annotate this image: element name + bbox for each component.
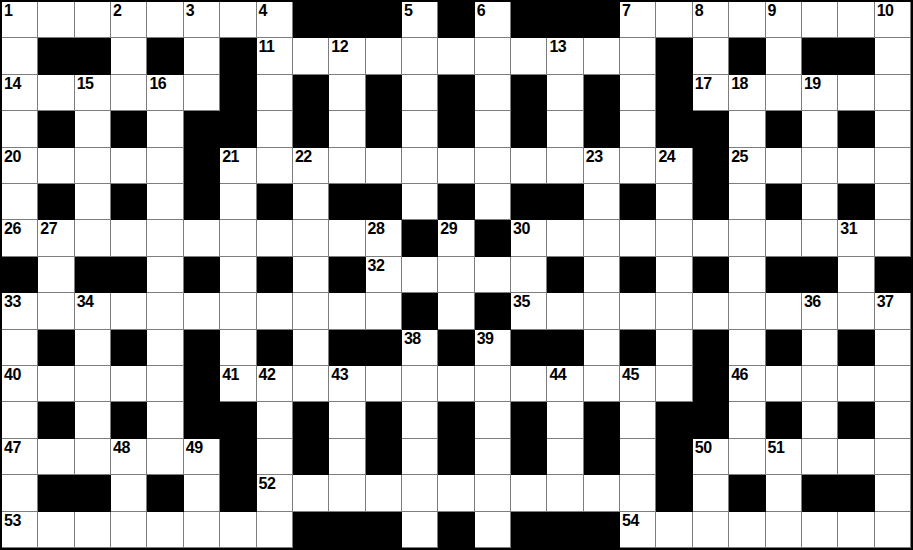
white-cell[interactable] bbox=[475, 257, 511, 293]
white-cell[interactable]: 2 bbox=[111, 2, 147, 38]
black-cell bbox=[257, 330, 293, 366]
white-cell[interactable] bbox=[75, 366, 111, 402]
white-cell[interactable] bbox=[402, 439, 438, 475]
white-cell[interactable] bbox=[875, 220, 911, 256]
white-cell[interactable] bbox=[75, 2, 111, 38]
white-cell[interactable] bbox=[584, 220, 620, 256]
white-cell[interactable] bbox=[802, 366, 838, 402]
white-cell[interactable] bbox=[184, 75, 220, 111]
white-cell[interactable] bbox=[438, 366, 474, 402]
black-cell bbox=[438, 111, 474, 147]
white-cell[interactable] bbox=[38, 293, 74, 329]
white-cell[interactable] bbox=[620, 111, 656, 147]
white-cell[interactable]: 5 bbox=[402, 2, 438, 38]
white-cell[interactable]: 11 bbox=[257, 38, 293, 74]
white-cell[interactable] bbox=[38, 2, 74, 38]
black-cell bbox=[656, 439, 692, 475]
white-cell[interactable] bbox=[329, 111, 365, 147]
white-cell[interactable]: 31 bbox=[838, 220, 874, 256]
white-cell[interactable] bbox=[293, 220, 329, 256]
black-cell bbox=[693, 366, 729, 402]
white-cell[interactable]: 6 bbox=[475, 2, 511, 38]
black-cell bbox=[402, 220, 438, 256]
white-cell[interactable] bbox=[438, 148, 474, 184]
white-cell[interactable] bbox=[838, 366, 874, 402]
white-cell[interactable] bbox=[257, 148, 293, 184]
white-cell[interactable]: 9 bbox=[766, 2, 802, 38]
white-cell[interactable] bbox=[656, 184, 692, 220]
white-cell[interactable] bbox=[475, 38, 511, 74]
white-cell[interactable] bbox=[293, 330, 329, 366]
white-cell[interactable] bbox=[656, 512, 692, 548]
white-cell[interactable] bbox=[802, 512, 838, 548]
white-cell[interactable] bbox=[366, 475, 402, 511]
white-cell[interactable]: 32 bbox=[366, 257, 402, 293]
white-cell[interactable] bbox=[729, 111, 765, 147]
white-cell[interactable] bbox=[402, 111, 438, 147]
white-cell[interactable] bbox=[147, 148, 183, 184]
white-cell[interactable]: 46 bbox=[729, 366, 765, 402]
white-cell[interactable] bbox=[547, 475, 583, 511]
white-cell[interactable] bbox=[875, 184, 911, 220]
white-cell[interactable] bbox=[38, 257, 74, 293]
black-cell bbox=[620, 330, 656, 366]
white-cell[interactable] bbox=[402, 148, 438, 184]
white-cell[interactable]: 41 bbox=[220, 366, 256, 402]
white-cell[interactable]: 39 bbox=[475, 330, 511, 366]
white-cell[interactable]: 1 bbox=[2, 2, 38, 38]
white-cell[interactable] bbox=[220, 257, 256, 293]
white-cell[interactable] bbox=[257, 439, 293, 475]
white-cell[interactable] bbox=[802, 439, 838, 475]
white-cell[interactable]: 16 bbox=[147, 75, 183, 111]
white-cell[interactable] bbox=[111, 148, 147, 184]
black-cell bbox=[875, 257, 911, 293]
white-cell[interactable] bbox=[75, 184, 111, 220]
white-cell[interactable] bbox=[838, 439, 874, 475]
white-cell[interactable] bbox=[366, 293, 402, 329]
white-cell[interactable] bbox=[402, 184, 438, 220]
white-cell[interactable] bbox=[766, 148, 802, 184]
white-cell[interactable]: 3 bbox=[184, 2, 220, 38]
white-cell[interactable] bbox=[656, 257, 692, 293]
white-cell[interactable]: 30 bbox=[511, 220, 547, 256]
white-cell[interactable] bbox=[147, 330, 183, 366]
white-cell[interactable] bbox=[729, 439, 765, 475]
black-cell bbox=[547, 330, 583, 366]
black-cell bbox=[620, 257, 656, 293]
white-cell[interactable] bbox=[547, 439, 583, 475]
white-cell[interactable] bbox=[802, 220, 838, 256]
white-cell[interactable] bbox=[620, 402, 656, 438]
white-cell[interactable] bbox=[438, 38, 474, 74]
white-cell[interactable] bbox=[729, 330, 765, 366]
white-cell[interactable] bbox=[257, 111, 293, 147]
white-cell[interactable]: 22 bbox=[293, 148, 329, 184]
white-cell[interactable] bbox=[475, 111, 511, 147]
black-cell bbox=[220, 38, 256, 74]
white-cell[interactable] bbox=[656, 2, 692, 38]
white-cell[interactable] bbox=[111, 38, 147, 74]
white-cell[interactable]: 14 bbox=[2, 75, 38, 111]
white-cell[interactable] bbox=[38, 512, 74, 548]
white-cell[interactable] bbox=[147, 257, 183, 293]
white-cell[interactable] bbox=[620, 475, 656, 511]
white-cell[interactable] bbox=[875, 439, 911, 475]
white-cell[interactable] bbox=[802, 402, 838, 438]
white-cell[interactable]: 33 bbox=[2, 293, 38, 329]
white-cell[interactable] bbox=[75, 330, 111, 366]
black-cell bbox=[220, 75, 256, 111]
white-cell[interactable] bbox=[75, 439, 111, 475]
white-cell[interactable] bbox=[875, 111, 911, 147]
white-cell[interactable]: 20 bbox=[2, 148, 38, 184]
white-cell[interactable]: 24 bbox=[656, 148, 692, 184]
white-cell[interactable] bbox=[693, 220, 729, 256]
white-cell[interactable] bbox=[184, 475, 220, 511]
white-cell[interactable] bbox=[802, 330, 838, 366]
white-cell[interactable] bbox=[729, 512, 765, 548]
white-cell[interactable] bbox=[293, 293, 329, 329]
white-cell[interactable] bbox=[511, 475, 547, 511]
white-cell[interactable] bbox=[184, 38, 220, 74]
white-cell[interactable] bbox=[75, 111, 111, 147]
white-cell[interactable]: 38 bbox=[402, 330, 438, 366]
white-cell[interactable] bbox=[402, 366, 438, 402]
white-cell[interactable] bbox=[402, 75, 438, 111]
white-cell[interactable] bbox=[511, 366, 547, 402]
clue-number: 33 bbox=[4, 294, 21, 310]
white-cell[interactable]: 17 bbox=[693, 75, 729, 111]
white-cell[interactable] bbox=[875, 148, 911, 184]
white-cell[interactable] bbox=[402, 512, 438, 548]
black-cell bbox=[802, 475, 838, 511]
white-cell[interactable]: 52 bbox=[257, 475, 293, 511]
white-cell[interactable] bbox=[220, 2, 256, 38]
white-cell[interactable] bbox=[329, 439, 365, 475]
white-cell[interactable] bbox=[729, 402, 765, 438]
white-cell[interactable]: 51 bbox=[766, 439, 802, 475]
white-cell[interactable]: 13 bbox=[547, 38, 583, 74]
white-cell[interactable]: 40 bbox=[2, 366, 38, 402]
white-cell[interactable] bbox=[438, 257, 474, 293]
white-cell[interactable] bbox=[584, 257, 620, 293]
white-cell[interactable] bbox=[2, 111, 38, 147]
white-cell[interactable]: 49 bbox=[184, 439, 220, 475]
white-cell[interactable] bbox=[584, 38, 620, 74]
white-cell[interactable] bbox=[402, 475, 438, 511]
white-cell[interactable]: 36 bbox=[802, 293, 838, 329]
white-cell[interactable] bbox=[257, 402, 293, 438]
white-cell[interactable] bbox=[547, 148, 583, 184]
white-cell[interactable] bbox=[766, 75, 802, 111]
black-cell bbox=[184, 402, 220, 438]
clue-number: 37 bbox=[877, 294, 894, 310]
white-cell[interactable] bbox=[147, 439, 183, 475]
white-cell[interactable]: 29 bbox=[438, 220, 474, 256]
white-cell[interactable] bbox=[366, 366, 402, 402]
clue-number: 1 bbox=[4, 3, 12, 19]
white-cell[interactable] bbox=[584, 184, 620, 220]
black-cell bbox=[766, 257, 802, 293]
black-cell bbox=[38, 111, 74, 147]
white-cell[interactable] bbox=[838, 293, 874, 329]
white-cell[interactable] bbox=[547, 75, 583, 111]
white-cell[interactable] bbox=[438, 293, 474, 329]
white-cell[interactable] bbox=[729, 293, 765, 329]
white-cell[interactable] bbox=[329, 220, 365, 256]
white-cell[interactable]: 35 bbox=[511, 293, 547, 329]
white-cell[interactable]: 7 bbox=[620, 2, 656, 38]
white-cell[interactable] bbox=[147, 293, 183, 329]
white-cell[interactable] bbox=[147, 2, 183, 38]
white-cell[interactable]: 47 bbox=[2, 439, 38, 475]
black-cell bbox=[547, 512, 583, 548]
white-cell[interactable] bbox=[584, 293, 620, 329]
white-cell[interactable] bbox=[475, 439, 511, 475]
white-cell[interactable] bbox=[147, 402, 183, 438]
white-cell[interactable] bbox=[547, 220, 583, 256]
white-cell[interactable] bbox=[402, 38, 438, 74]
white-cell[interactable] bbox=[293, 475, 329, 511]
black-cell bbox=[184, 184, 220, 220]
white-cell[interactable] bbox=[329, 293, 365, 329]
white-cell[interactable] bbox=[220, 512, 256, 548]
white-cell[interactable]: 21 bbox=[220, 148, 256, 184]
white-cell[interactable] bbox=[111, 475, 147, 511]
white-cell[interactable] bbox=[2, 475, 38, 511]
white-cell[interactable] bbox=[838, 2, 874, 38]
white-cell[interactable] bbox=[729, 2, 765, 38]
white-cell[interactable] bbox=[257, 293, 293, 329]
clue-number: 48 bbox=[113, 440, 130, 456]
white-cell[interactable] bbox=[547, 111, 583, 147]
white-cell[interactable]: 37 bbox=[875, 293, 911, 329]
white-cell[interactable] bbox=[656, 366, 692, 402]
white-cell[interactable] bbox=[802, 111, 838, 147]
black-cell bbox=[838, 402, 874, 438]
white-cell[interactable] bbox=[75, 512, 111, 548]
clue-number: 40 bbox=[4, 367, 21, 383]
white-cell[interactable]: 18 bbox=[729, 75, 765, 111]
crossword-grid: 1234567891011121314151617181920212223242… bbox=[0, 0, 913, 550]
white-cell[interactable]: 27 bbox=[38, 220, 74, 256]
white-cell[interactable] bbox=[111, 512, 147, 548]
white-cell[interactable] bbox=[620, 439, 656, 475]
white-cell[interactable] bbox=[766, 293, 802, 329]
white-cell[interactable] bbox=[184, 293, 220, 329]
white-cell[interactable] bbox=[802, 148, 838, 184]
white-cell[interactable]: 26 bbox=[2, 220, 38, 256]
white-cell[interactable] bbox=[511, 148, 547, 184]
white-cell[interactable] bbox=[875, 402, 911, 438]
white-cell[interactable]: 48 bbox=[111, 439, 147, 475]
white-cell[interactable] bbox=[111, 293, 147, 329]
white-cell[interactable]: 42 bbox=[257, 366, 293, 402]
white-cell[interactable] bbox=[875, 75, 911, 111]
white-cell[interactable] bbox=[838, 75, 874, 111]
white-cell[interactable] bbox=[220, 330, 256, 366]
clue-number: 35 bbox=[513, 294, 530, 310]
white-cell[interactable]: 10 bbox=[875, 2, 911, 38]
white-cell[interactable] bbox=[584, 330, 620, 366]
white-cell[interactable] bbox=[838, 148, 874, 184]
white-cell[interactable] bbox=[875, 330, 911, 366]
black-cell bbox=[511, 111, 547, 147]
white-cell[interactable] bbox=[766, 475, 802, 511]
white-cell[interactable] bbox=[766, 366, 802, 402]
white-cell[interactable]: 8 bbox=[693, 2, 729, 38]
white-cell[interactable] bbox=[475, 366, 511, 402]
white-cell[interactable] bbox=[656, 293, 692, 329]
black-cell bbox=[438, 402, 474, 438]
white-cell[interactable] bbox=[329, 475, 365, 511]
white-cell[interactable] bbox=[656, 330, 692, 366]
white-cell[interactable] bbox=[257, 512, 293, 548]
white-cell[interactable] bbox=[438, 475, 474, 511]
white-cell[interactable] bbox=[38, 148, 74, 184]
white-cell[interactable] bbox=[111, 220, 147, 256]
white-cell[interactable] bbox=[475, 475, 511, 511]
white-cell[interactable] bbox=[257, 75, 293, 111]
white-cell[interactable] bbox=[147, 111, 183, 147]
white-cell[interactable] bbox=[402, 402, 438, 438]
black-cell bbox=[511, 184, 547, 220]
white-cell[interactable]: 43 bbox=[329, 366, 365, 402]
white-cell[interactable] bbox=[147, 220, 183, 256]
white-cell[interactable] bbox=[511, 257, 547, 293]
clue-number: 49 bbox=[186, 440, 203, 456]
white-cell[interactable] bbox=[547, 402, 583, 438]
white-cell[interactable] bbox=[38, 75, 74, 111]
white-cell[interactable] bbox=[293, 366, 329, 402]
white-cell[interactable] bbox=[220, 293, 256, 329]
white-cell[interactable] bbox=[584, 366, 620, 402]
white-cell[interactable] bbox=[875, 512, 911, 548]
white-cell[interactable] bbox=[220, 184, 256, 220]
black-cell bbox=[111, 257, 147, 293]
black-cell bbox=[766, 111, 802, 147]
black-cell bbox=[184, 111, 220, 147]
white-cell[interactable] bbox=[475, 402, 511, 438]
white-cell[interactable] bbox=[511, 38, 547, 74]
white-cell[interactable] bbox=[547, 293, 583, 329]
white-cell[interactable]: 19 bbox=[802, 75, 838, 111]
white-cell[interactable] bbox=[293, 184, 329, 220]
white-cell[interactable] bbox=[2, 402, 38, 438]
white-cell[interactable] bbox=[75, 402, 111, 438]
white-cell[interactable] bbox=[475, 148, 511, 184]
white-cell[interactable]: 28 bbox=[366, 220, 402, 256]
white-cell[interactable] bbox=[802, 184, 838, 220]
white-cell[interactable] bbox=[257, 220, 293, 256]
white-cell[interactable] bbox=[293, 38, 329, 74]
clue-number: 43 bbox=[331, 367, 348, 383]
white-cell[interactable] bbox=[38, 439, 74, 475]
white-cell[interactable] bbox=[111, 366, 147, 402]
white-cell[interactable] bbox=[147, 184, 183, 220]
white-cell[interactable] bbox=[184, 512, 220, 548]
white-cell[interactable] bbox=[475, 184, 511, 220]
white-cell[interactable] bbox=[802, 2, 838, 38]
white-cell[interactable]: 25 bbox=[729, 148, 765, 184]
white-cell[interactable] bbox=[766, 220, 802, 256]
white-cell[interactable] bbox=[875, 475, 911, 511]
white-cell[interactable]: 23 bbox=[584, 148, 620, 184]
white-cell[interactable] bbox=[75, 148, 111, 184]
black-cell bbox=[293, 2, 329, 38]
white-cell[interactable] bbox=[2, 330, 38, 366]
white-cell[interactable] bbox=[475, 75, 511, 111]
white-cell[interactable]: 34 bbox=[75, 293, 111, 329]
white-cell[interactable] bbox=[38, 366, 74, 402]
clue-number: 47 bbox=[4, 440, 21, 456]
white-cell[interactable] bbox=[693, 475, 729, 511]
white-cell[interactable] bbox=[729, 220, 765, 256]
white-cell[interactable] bbox=[147, 366, 183, 402]
white-cell[interactable]: 53 bbox=[2, 512, 38, 548]
clue-number: 41 bbox=[222, 367, 239, 383]
white-cell[interactable] bbox=[402, 257, 438, 293]
white-cell[interactable] bbox=[875, 366, 911, 402]
white-cell[interactable] bbox=[656, 220, 692, 256]
white-cell[interactable] bbox=[111, 75, 147, 111]
white-cell[interactable] bbox=[693, 293, 729, 329]
white-cell[interactable]: 45 bbox=[620, 366, 656, 402]
white-cell[interactable] bbox=[329, 75, 365, 111]
white-cell[interactable] bbox=[366, 148, 402, 184]
white-cell[interactable] bbox=[2, 38, 38, 74]
clue-number: 19 bbox=[804, 76, 821, 92]
white-cell[interactable] bbox=[75, 220, 111, 256]
white-cell[interactable] bbox=[620, 148, 656, 184]
white-cell[interactable]: 44 bbox=[547, 366, 583, 402]
white-cell[interactable]: 12 bbox=[329, 38, 365, 74]
white-cell[interactable] bbox=[838, 257, 874, 293]
white-cell[interactable] bbox=[620, 220, 656, 256]
white-cell[interactable] bbox=[766, 512, 802, 548]
white-cell[interactable] bbox=[329, 402, 365, 438]
white-cell[interactable] bbox=[693, 512, 729, 548]
white-cell[interactable] bbox=[329, 148, 365, 184]
white-cell[interactable]: 50 bbox=[693, 439, 729, 475]
white-cell[interactable] bbox=[2, 184, 38, 220]
white-cell[interactable] bbox=[584, 475, 620, 511]
white-cell[interactable] bbox=[620, 75, 656, 111]
black-cell bbox=[729, 38, 765, 74]
white-cell[interactable] bbox=[693, 38, 729, 74]
white-cell[interactable]: 15 bbox=[75, 75, 111, 111]
white-cell[interactable] bbox=[475, 512, 511, 548]
white-cell[interactable] bbox=[220, 220, 256, 256]
white-cell[interactable] bbox=[838, 512, 874, 548]
white-cell[interactable]: 54 bbox=[620, 512, 656, 548]
clue-number: 39 bbox=[477, 331, 494, 347]
white-cell[interactable] bbox=[184, 220, 220, 256]
white-cell[interactable] bbox=[293, 257, 329, 293]
white-cell[interactable] bbox=[766, 38, 802, 74]
white-cell[interactable] bbox=[147, 512, 183, 548]
black-cell bbox=[329, 2, 365, 38]
white-cell[interactable] bbox=[875, 38, 911, 74]
white-cell[interactable] bbox=[620, 293, 656, 329]
white-cell[interactable] bbox=[620, 38, 656, 74]
white-cell[interactable] bbox=[729, 184, 765, 220]
white-cell[interactable] bbox=[366, 38, 402, 74]
white-cell[interactable]: 4 bbox=[257, 2, 293, 38]
black-cell bbox=[329, 330, 365, 366]
white-cell[interactable] bbox=[729, 257, 765, 293]
